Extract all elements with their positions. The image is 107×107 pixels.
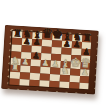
chess-board: ♜♞♝♛♚♝♞♜♟♟♟♟♟♟♞♟♟♟♝♚♛♜♞♟: [8, 30, 91, 90]
square-e1: [49, 81, 59, 88]
square-b1: [19, 79, 29, 86]
square-h1: [79, 83, 89, 90]
square-a1: [9, 78, 19, 85]
board-perspective-wrapper: ♜♞♝♛♚♝♞♜♟♟♟♟♟♟♞♟♟♟♝♚♛♜♞♟: [1, 25, 99, 95]
square-g1: [69, 82, 79, 89]
chess-set-photo: ♜♞♝♛♚♝♞♜♟♟♟♟♟♟♞♟♟♟♝♚♛♜♞♟: [0, 0, 107, 107]
square-f1: [59, 81, 69, 88]
board-frame: ♜♞♝♛♚♝♞♜♟♟♟♟♟♟♞♟♟♟♝♚♛♜♞♟: [1, 25, 99, 95]
square-c1: [29, 80, 39, 87]
square-d1: [39, 80, 49, 87]
